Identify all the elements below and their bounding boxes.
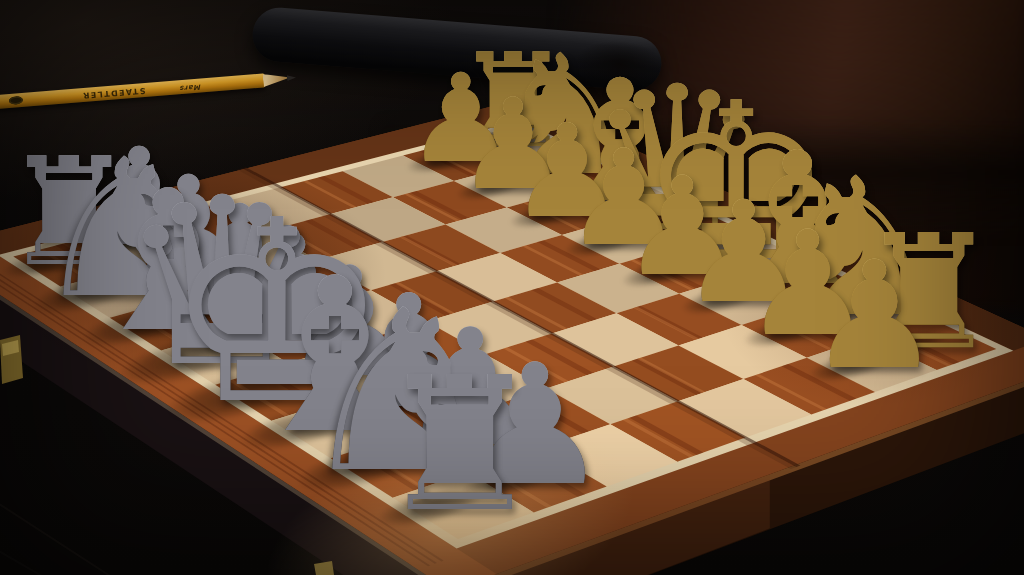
vignette <box>0 0 1024 575</box>
photo-scene: STAEDTLER Mars ♜♟♞♟♝♟♛♟♚♟♟♝♜♟♟♞♞♟♟♜♝♟♟♛♟… <box>0 0 1024 575</box>
